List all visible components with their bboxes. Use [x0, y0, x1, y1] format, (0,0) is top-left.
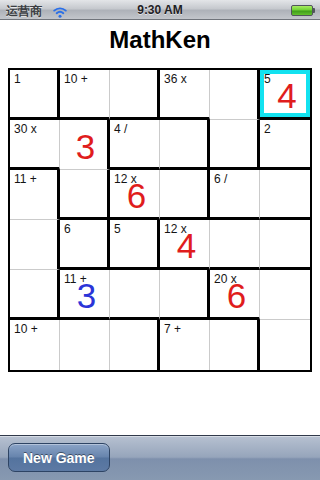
grid-cell-r0c3[interactable]: 36 x — [160, 70, 210, 120]
cell-entry: 3 — [76, 129, 95, 164]
grid-cell-r2c5[interactable] — [260, 170, 310, 220]
grid-cell-r3c2[interactable]: 5 — [110, 220, 160, 270]
grid-cell-r4c0[interactable] — [10, 270, 60, 320]
cage-label: 6 / — [214, 172, 227, 186]
grid-cell-r3c0[interactable] — [10, 220, 60, 270]
grid-cell-r1c1[interactable]: 3 — [60, 120, 110, 170]
battery-icon — [291, 5, 313, 16]
grid-cell-r3c5[interactable] — [260, 220, 310, 270]
cage-label: 5 — [264, 72, 271, 86]
grid-cell-r3c3[interactable]: 12 x4 — [160, 220, 210, 270]
cage-label: 2 — [264, 122, 271, 136]
cell-entry: 4 — [277, 78, 296, 113]
cell-entry: 6 — [227, 278, 246, 313]
grid-cell-r4c5[interactable] — [260, 270, 310, 320]
cell-entry: 6 — [127, 178, 146, 213]
grid-cell-r1c5[interactable]: 2 — [260, 120, 310, 170]
grid-cell-r2c4[interactable]: 6 / — [210, 170, 260, 220]
grid-cell-r1c0[interactable]: 30 x — [10, 120, 60, 170]
cage-label: 10 + — [64, 72, 88, 86]
cell-entry: 3 — [77, 278, 96, 313]
grid-cell-r0c0[interactable]: 1 — [10, 70, 60, 120]
grid-cell-r4c2[interactable] — [110, 270, 160, 320]
grid-cell-r0c4[interactable] — [210, 70, 260, 120]
grid-cell-r3c4[interactable] — [210, 220, 260, 270]
cage-label: 6 — [64, 222, 71, 236]
grid-cell-r4c4[interactable]: 20 x6 — [210, 270, 260, 320]
grid-cell-r5c4[interactable] — [210, 320, 260, 370]
grid-cell-r5c0[interactable]: 10 + — [10, 320, 60, 370]
cage-label: 5 — [114, 222, 121, 236]
grid-cell-r2c3[interactable] — [160, 170, 210, 220]
grid-cell-r0c1[interactable]: 10 + — [60, 70, 110, 120]
cage-label: 30 x — [14, 122, 37, 136]
status-bar: 运营商 9:30 AM — [0, 0, 320, 20]
grid-cell-r4c3[interactable] — [160, 270, 210, 320]
new-game-button[interactable]: New Game — [8, 443, 110, 472]
grid-cell-r2c0[interactable]: 11 + — [10, 170, 60, 220]
cage-label: 10 + — [14, 322, 38, 336]
bottom-toolbar: New Game — [0, 435, 320, 480]
page-title: MathKen — [0, 26, 320, 54]
grid-cell-r5c3[interactable]: 7 + — [160, 320, 210, 370]
status-time: 9:30 AM — [0, 3, 320, 17]
grid-cell-r2c2[interactable]: 12 x6 — [110, 170, 160, 220]
cage-label: 11 + — [14, 172, 37, 186]
cell-entry: 4 — [177, 228, 196, 263]
cage-label: 36 x — [164, 72, 187, 86]
grid-cell-r1c4[interactable] — [210, 120, 260, 170]
grid-cell-r5c2[interactable] — [110, 320, 160, 370]
grid-cell-r5c5[interactable] — [260, 320, 310, 370]
kenken-grid: 110 +36 x5430 x34 /211 +12 x66 /6512 x41… — [8, 68, 312, 372]
grid-cell-r0c5[interactable]: 54 — [260, 70, 310, 120]
cage-label: 4 / — [114, 122, 127, 136]
grid-cell-r3c1[interactable]: 6 — [60, 220, 110, 270]
cage-label: 7 + — [164, 322, 181, 336]
app-screen: 运营商 9:30 AM MathKen 110 +36 x5430 x34 /2… — [0, 0, 320, 480]
grid-cell-r1c3[interactable] — [160, 120, 210, 170]
grid-cell-r1c2[interactable]: 4 / — [110, 120, 160, 170]
grid-cell-r4c1[interactable]: 11 +3 — [60, 270, 110, 320]
grid-cell-r0c2[interactable] — [110, 70, 160, 120]
cage-label: 1 — [14, 72, 21, 86]
grid-cell-r2c1[interactable] — [60, 170, 110, 220]
grid-cell-r5c1[interactable] — [60, 320, 110, 370]
